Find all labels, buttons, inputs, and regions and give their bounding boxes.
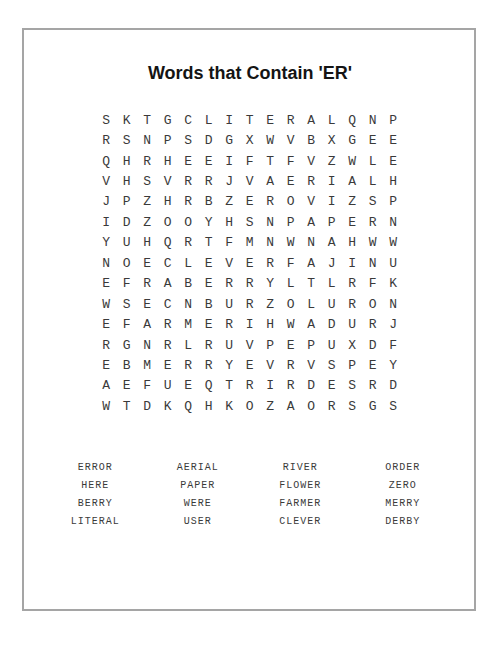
grid-cell[interactable]: U: [322, 294, 343, 314]
grid-cell[interactable]: W: [383, 233, 404, 253]
grid-cell[interactable]: F: [117, 274, 138, 294]
word-item: FLOWER: [249, 477, 352, 495]
grid-cell[interactable]: R: [137, 274, 158, 294]
grid-cell[interactable]: C: [158, 253, 179, 273]
grid-cell[interactable]: I: [322, 171, 343, 191]
word-item: DERBY: [352, 513, 455, 531]
grid-cell[interactable]: N: [383, 294, 404, 314]
grid-cell[interactable]: T: [301, 274, 322, 294]
grid-cell[interactable]: F: [281, 151, 302, 171]
grid-cell[interactable]: Z: [137, 192, 158, 212]
grid-cell[interactable]: S: [240, 212, 261, 232]
word-list-column-2: AERIAL PAPER WERE USER: [147, 459, 250, 531]
grid-cell[interactable]: R: [178, 355, 199, 375]
grid-cell[interactable]: T: [137, 110, 158, 130]
grid-cell[interactable]: Q: [96, 151, 117, 171]
grid-cell[interactable]: J: [383, 314, 404, 334]
grid-cell[interactable]: Z: [137, 212, 158, 232]
grid-cell[interactable]: O: [158, 212, 179, 232]
grid-cell[interactable]: C: [158, 294, 179, 314]
grid-cell[interactable]: S: [137, 171, 158, 191]
grid-cell[interactable]: G: [158, 110, 179, 130]
grid-cell[interactable]: O: [281, 294, 302, 314]
grid-cell[interactable]: T: [117, 396, 138, 416]
grid-cell[interactable]: D: [383, 376, 404, 396]
grid-cell[interactable]: H: [117, 151, 138, 171]
grid-cell[interactable]: A: [322, 233, 343, 253]
grid-cell[interactable]: W: [281, 233, 302, 253]
grid-cell[interactable]: P: [158, 130, 179, 150]
grid-cell[interactable]: L: [322, 110, 343, 130]
grid-cell[interactable]: R: [363, 212, 384, 232]
grid-cell[interactable]: S: [363, 192, 384, 212]
grid-cell[interactable]: E: [199, 314, 220, 334]
grid-cell[interactable]: T: [260, 151, 281, 171]
grid-cell[interactable]: D: [301, 376, 322, 396]
grid-cell[interactable]: F: [363, 274, 384, 294]
grid-cell[interactable]: K: [219, 396, 240, 416]
grid-cell[interactable]: U: [117, 233, 138, 253]
grid-cell[interactable]: U: [342, 314, 363, 334]
word-item: PAPER: [147, 477, 250, 495]
word-list-column-3: RIVER FLOWER FARMER CLEVER: [249, 459, 352, 531]
grid-cell[interactable]: S: [96, 110, 117, 130]
grid-cell[interactable]: I: [342, 253, 363, 273]
grid-cell[interactable]: E: [96, 355, 117, 375]
grid-cell[interactable]: N: [363, 253, 384, 273]
grid-cell[interactable]: W: [363, 233, 384, 253]
grid-cell[interactable]: V: [260, 355, 281, 375]
grid-cell[interactable]: P: [383, 192, 404, 212]
grid-cell[interactable]: E: [322, 376, 343, 396]
grid-cell[interactable]: I: [322, 192, 343, 212]
grid-cell[interactable]: R: [322, 396, 343, 416]
grid-cell[interactable]: R: [260, 253, 281, 273]
grid-cell[interactable]: W: [96, 294, 117, 314]
grid-cell[interactable]: E: [137, 294, 158, 314]
grid-cell[interactable]: R: [281, 376, 302, 396]
grid-cell[interactable]: H: [260, 314, 281, 334]
grid-cell[interactable]: R: [158, 314, 179, 334]
grid-cell[interactable]: Z: [260, 396, 281, 416]
grid-cell[interactable]: A: [301, 314, 322, 334]
grid-cell[interactable]: H: [158, 192, 179, 212]
grid-cell[interactable]: V: [301, 192, 322, 212]
word-item: HERE: [44, 477, 147, 495]
grid-cell[interactable]: L: [363, 151, 384, 171]
grid-cell[interactable]: A: [301, 253, 322, 273]
grid-cell[interactable]: G: [117, 335, 138, 355]
grid-cell[interactable]: M: [137, 355, 158, 375]
grid-cell[interactable]: T: [199, 233, 220, 253]
grid-cell[interactable]: N: [137, 335, 158, 355]
grid-cell[interactable]: R: [219, 314, 240, 334]
grid-cell[interactable]: Q: [199, 376, 220, 396]
grid-cell[interactable]: R: [342, 294, 363, 314]
grid-cell[interactable]: H: [219, 212, 240, 232]
grid-cell[interactable]: E: [363, 355, 384, 375]
grid-cell[interactable]: A: [96, 376, 117, 396]
grid-cell[interactable]: Z: [219, 192, 240, 212]
grid-cell[interactable]: B: [199, 294, 220, 314]
grid-cell[interactable]: V: [240, 171, 261, 191]
grid-cell[interactable]: R: [178, 171, 199, 191]
grid-cell[interactable]: E: [342, 212, 363, 232]
grid-cell[interactable]: B: [301, 130, 322, 150]
grid-cell[interactable]: Z: [322, 151, 343, 171]
grid-cell[interactable]: R: [301, 171, 322, 191]
grid-cell[interactable]: L: [363, 171, 384, 191]
grid-cell[interactable]: E: [260, 110, 281, 130]
grid-cell[interactable]: L: [178, 253, 199, 273]
grid-cell[interactable]: R: [363, 376, 384, 396]
grid-cell[interactable]: P: [260, 335, 281, 355]
grid-cell[interactable]: V: [301, 151, 322, 171]
grid-cell[interactable]: D: [363, 335, 384, 355]
grid-cell[interactable]: N: [260, 233, 281, 253]
grid-cell[interactable]: R: [219, 274, 240, 294]
word-item: ORDER: [352, 459, 455, 477]
grid-cell[interactable]: E: [158, 355, 179, 375]
grid-cell[interactable]: E: [383, 151, 404, 171]
word-list: ERROR HERE BERRY LITERAL AERIAL PAPER WE…: [44, 459, 454, 531]
grid-cell[interactable]: E: [117, 376, 138, 396]
grid-cell[interactable]: A: [301, 110, 322, 130]
grid-cell[interactable]: E: [199, 253, 220, 273]
grid-cell[interactable]: U: [383, 253, 404, 273]
grid-cell[interactable]: U: [219, 335, 240, 355]
word-item: LITERAL: [44, 513, 147, 531]
grid-cell[interactable]: G: [219, 130, 240, 150]
grid-cell[interactable]: G: [342, 130, 363, 150]
grid-cell[interactable]: B: [178, 274, 199, 294]
grid-cell[interactable]: C: [178, 110, 199, 130]
grid-cell[interactable]: M: [178, 314, 199, 334]
grid-cell[interactable]: T: [219, 376, 240, 396]
grid-cell[interactable]: R: [199, 335, 220, 355]
grid-cell[interactable]: A: [301, 212, 322, 232]
grid-cell[interactable]: I: [240, 314, 261, 334]
grid-cell[interactable]: E: [199, 151, 220, 171]
grid-cell[interactable]: E: [363, 130, 384, 150]
grid-cell[interactable]: R: [158, 335, 179, 355]
grid-cell[interactable]: V: [219, 253, 240, 273]
grid-cell[interactable]: A: [342, 171, 363, 191]
grid-cell[interactable]: R: [96, 335, 117, 355]
grid-cell[interactable]: H: [158, 151, 179, 171]
grid-cell[interactable]: P: [383, 110, 404, 130]
grid-cell[interactable]: V: [301, 355, 322, 375]
grid-cell[interactable]: B: [117, 355, 138, 375]
grid-cell[interactable]: O: [301, 396, 322, 416]
word-item: ZERO: [352, 477, 455, 495]
grid-cell[interactable]: Y: [219, 355, 240, 375]
grid-cell[interactable]: Q: [158, 233, 179, 253]
grid-cell[interactable]: S: [322, 355, 343, 375]
grid-cell[interactable]: M: [240, 233, 261, 253]
grid-cell[interactable]: E: [240, 192, 261, 212]
grid-cell[interactable]: S: [117, 130, 138, 150]
grid-cell[interactable]: R: [96, 130, 117, 150]
grid-cell[interactable]: O: [281, 192, 302, 212]
grid-cell[interactable]: V: [281, 130, 302, 150]
grid-cell[interactable]: L: [281, 274, 302, 294]
grid-cell[interactable]: L: [199, 110, 220, 130]
grid-cell[interactable]: H: [342, 233, 363, 253]
grid-cell[interactable]: P: [117, 192, 138, 212]
grid-cell[interactable]: J: [96, 192, 117, 212]
grid-cell[interactable]: J: [322, 253, 343, 273]
grid-cell[interactable]: N: [301, 233, 322, 253]
grid-cell[interactable]: A: [260, 171, 281, 191]
grid-cell[interactable]: R: [260, 192, 281, 212]
grid-cell[interactable]: S: [178, 130, 199, 150]
grid-cell[interactable]: E: [137, 253, 158, 273]
grid-cell[interactable]: H: [137, 233, 158, 253]
grid-cell[interactable]: F: [281, 253, 302, 273]
grid-cell[interactable]: V: [96, 171, 117, 191]
grid-cell[interactable]: N: [260, 212, 281, 232]
grid-cell[interactable]: K: [117, 110, 138, 130]
grid-cell[interactable]: R: [199, 355, 220, 375]
grid-cell[interactable]: O: [178, 212, 199, 232]
grid-cell[interactable]: N: [178, 294, 199, 314]
grid-cell[interactable]: Y: [96, 233, 117, 253]
grid-cell[interactable]: R: [342, 274, 363, 294]
grid-cell[interactable]: R: [240, 294, 261, 314]
grid-cell[interactable]: E: [96, 274, 117, 294]
grid-cell[interactable]: E: [96, 314, 117, 334]
grid-cell[interactable]: J: [219, 171, 240, 191]
grid-cell[interactable]: R: [137, 151, 158, 171]
grid-cell[interactable]: F: [240, 151, 261, 171]
grid-cell[interactable]: R: [363, 314, 384, 334]
grid-cell[interactable]: V: [158, 171, 179, 191]
grid-cell[interactable]: G: [363, 396, 384, 416]
grid-cell[interactable]: S: [117, 294, 138, 314]
grid-cell[interactable]: D: [199, 130, 220, 150]
grid-cell[interactable]: Y: [383, 355, 404, 375]
word-item: BERRY: [44, 495, 147, 513]
grid-cell[interactable]: X: [322, 130, 343, 150]
grid-cell[interactable]: R: [178, 233, 199, 253]
grid-cell[interactable]: E: [178, 376, 199, 396]
grid-cell[interactable]: I: [219, 151, 240, 171]
word-item: USER: [147, 513, 250, 531]
word-item: WERE: [147, 495, 250, 513]
grid-cell[interactable]: E: [281, 171, 302, 191]
grid-cell[interactable]: O: [240, 396, 261, 416]
grid-cell[interactable]: H: [383, 171, 404, 191]
word-grid: SKTGCLITERALQNPRSNPSDGXWVBXGEEQHRHEEIFTF…: [96, 110, 404, 417]
grid-cell[interactable]: P: [342, 355, 363, 375]
grid-cell[interactable]: F: [383, 335, 404, 355]
grid-cell[interactable]: H: [199, 396, 220, 416]
word-list-column-1: ERROR HERE BERRY LITERAL: [44, 459, 147, 531]
word-item: FARMER: [249, 495, 352, 513]
grid-cell[interactable]: E: [281, 335, 302, 355]
grid-cell[interactable]: E: [240, 253, 261, 273]
grid-cell[interactable]: L: [301, 294, 322, 314]
grid-cell[interactable]: A: [281, 396, 302, 416]
grid-cell[interactable]: A: [137, 314, 158, 334]
grid-cell[interactable]: E: [178, 151, 199, 171]
grid-cell[interactable]: R: [178, 192, 199, 212]
grid-cell[interactable]: S: [342, 396, 363, 416]
word-list-column-4: ORDER ZERO MERRY DERBY: [352, 459, 455, 531]
grid-cell[interactable]: S: [383, 396, 404, 416]
grid-cell[interactable]: H: [117, 171, 138, 191]
grid-cell[interactable]: T: [240, 110, 261, 130]
grid-cell[interactable]: Y: [260, 274, 281, 294]
grid-cell[interactable]: L: [322, 274, 343, 294]
grid-cell[interactable]: E: [199, 274, 220, 294]
grid-cell[interactable]: B: [199, 192, 220, 212]
grid-cell[interactable]: P: [281, 212, 302, 232]
grid-cell[interactable]: N: [137, 130, 158, 150]
grid-cell[interactable]: L: [178, 335, 199, 355]
word-item: CLEVER: [249, 513, 352, 531]
grid-cell[interactable]: Z: [260, 294, 281, 314]
grid-cell[interactable]: R: [281, 355, 302, 375]
grid-cell[interactable]: R: [281, 110, 302, 130]
grid-cell[interactable]: F: [219, 233, 240, 253]
grid-cell[interactable]: W: [281, 314, 302, 334]
puzzle-title: Words that Contain 'ER': [0, 63, 500, 84]
grid-cell[interactable]: A: [158, 274, 179, 294]
grid-cell[interactable]: N: [383, 212, 404, 232]
grid-cell[interactable]: F: [137, 376, 158, 396]
grid-cell[interactable]: W: [96, 396, 117, 416]
grid-cell[interactable]: S: [342, 376, 363, 396]
word-item: ERROR: [44, 459, 147, 477]
grid-cell[interactable]: D: [322, 314, 343, 334]
grid-cell[interactable]: O: [363, 294, 384, 314]
word-item: RIVER: [249, 459, 352, 477]
grid-cell[interactable]: U: [219, 294, 240, 314]
grid-cell[interactable]: Y: [199, 212, 220, 232]
word-item: AERIAL: [147, 459, 250, 477]
grid-cell[interactable]: F: [117, 314, 138, 334]
grid-cell[interactable]: R: [240, 376, 261, 396]
grid-cell[interactable]: O: [117, 253, 138, 273]
grid-cell[interactable]: N: [363, 110, 384, 130]
grid-cell[interactable]: X: [240, 130, 261, 150]
grid-cell[interactable]: Z: [342, 192, 363, 212]
grid-cell[interactable]: K: [383, 274, 404, 294]
grid-cell[interactable]: P: [301, 335, 322, 355]
grid-cell[interactable]: N: [96, 253, 117, 273]
word-item: MERRY: [352, 495, 455, 513]
grid-cell[interactable]: E: [240, 355, 261, 375]
grid-cell[interactable]: W: [342, 151, 363, 171]
grid-cell[interactable]: I: [96, 212, 117, 232]
grid-cell[interactable]: K: [158, 396, 179, 416]
grid-cell[interactable]: X: [342, 335, 363, 355]
grid-cell[interactable]: I: [219, 110, 240, 130]
grid-cell[interactable]: I: [260, 376, 281, 396]
grid-cell[interactable]: W: [260, 130, 281, 150]
grid-cell[interactable]: V: [240, 335, 261, 355]
grid-cell[interactable]: E: [383, 130, 404, 150]
grid-cell[interactable]: P: [322, 212, 343, 232]
grid-cell[interactable]: U: [158, 376, 179, 396]
grid-cell[interactable]: R: [199, 171, 220, 191]
grid-cell[interactable]: D: [117, 212, 138, 232]
grid-cell[interactable]: Q: [342, 110, 363, 130]
grid-cell[interactable]: D: [137, 396, 158, 416]
grid-cell[interactable]: R: [240, 274, 261, 294]
grid-cell[interactable]: U: [322, 335, 343, 355]
grid-cell[interactable]: Q: [178, 396, 199, 416]
